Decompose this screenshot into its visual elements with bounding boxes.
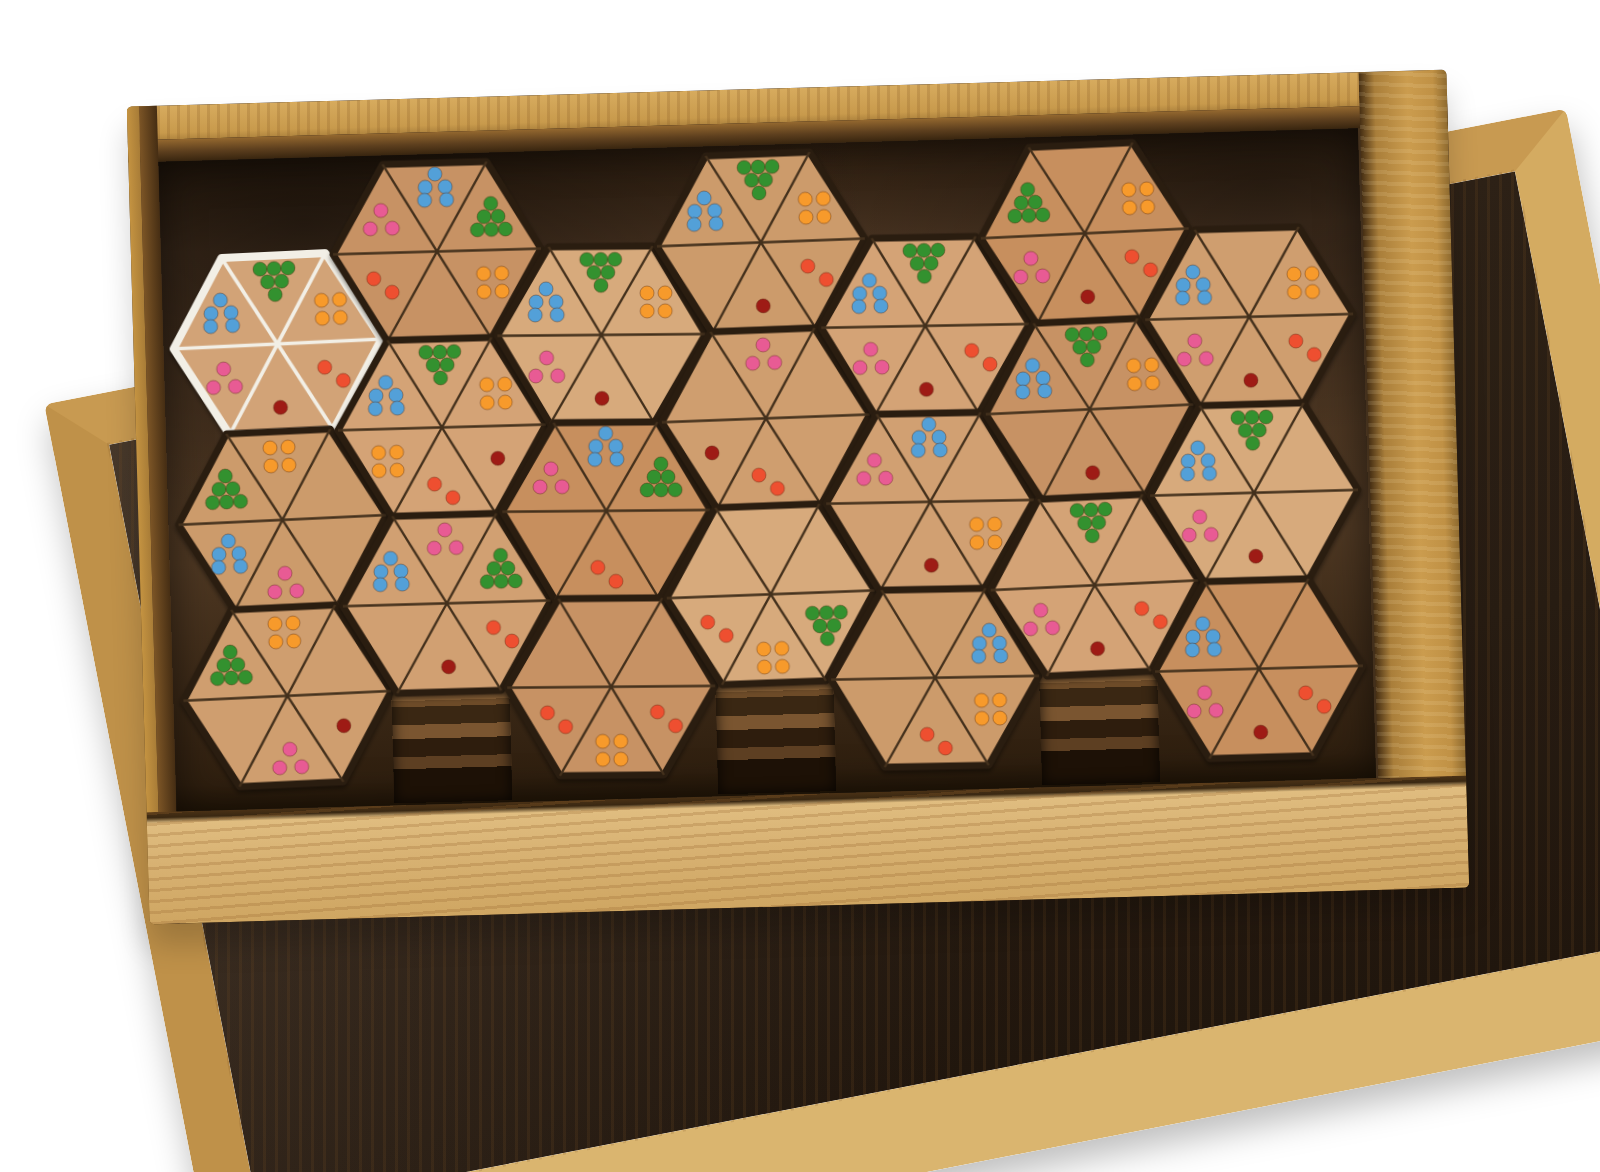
game-box-tray[interactable] bbox=[127, 70, 1469, 925]
hex-tiles-layer bbox=[158, 128, 1376, 811]
hex-tile-c7r3[interactable] bbox=[1148, 572, 1369, 765]
tile-stack-well bbox=[391, 682, 512, 803]
hex-tile-c7r1[interactable] bbox=[1139, 220, 1360, 413]
box-interior-floor bbox=[158, 128, 1376, 811]
tile-stack-well bbox=[1039, 664, 1160, 785]
scene bbox=[0, 0, 1600, 1172]
tile-stack-well bbox=[715, 673, 836, 794]
hex-tile-c7r2[interactable] bbox=[1143, 396, 1364, 589]
